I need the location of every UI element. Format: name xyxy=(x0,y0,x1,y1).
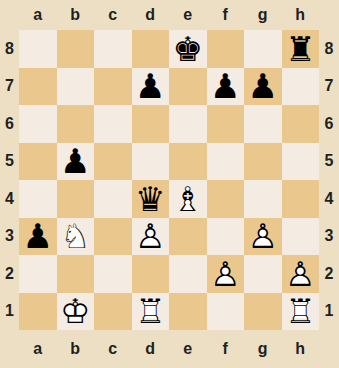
square-h3[interactable] xyxy=(282,218,320,256)
square-g6[interactable] xyxy=(244,105,282,143)
square-a6[interactable] xyxy=(19,105,57,143)
rank-label-4: 4 xyxy=(0,180,19,218)
square-e5[interactable] xyxy=(169,143,207,181)
white-king: ♚♔ xyxy=(57,293,95,331)
black-queen: ♛ xyxy=(132,180,170,218)
file-label-d: d xyxy=(132,330,170,368)
square-b5[interactable]: ♟ xyxy=(57,143,95,181)
square-b7[interactable] xyxy=(57,68,95,106)
white-pawn: ♟♙ xyxy=(207,255,245,293)
white-pawn: ♟♙ xyxy=(282,255,320,293)
square-g3[interactable]: ♟♙ xyxy=(244,218,282,256)
square-h5[interactable] xyxy=(282,143,320,181)
square-b2[interactable] xyxy=(57,255,95,293)
black-pawn: ♟ xyxy=(57,143,95,181)
square-e4[interactable]: ♝♗ xyxy=(169,180,207,218)
rank-label-1: 1 xyxy=(319,293,339,331)
rank-label-8: 8 xyxy=(319,30,339,68)
square-b8[interactable] xyxy=(57,30,95,68)
file-label-b: b xyxy=(57,0,95,30)
square-f8[interactable] xyxy=(207,30,245,68)
rank-label-2: 2 xyxy=(319,255,339,293)
square-h7[interactable] xyxy=(282,68,320,106)
file-label-h: h xyxy=(282,330,320,368)
square-c6[interactable] xyxy=(94,105,132,143)
square-c8[interactable] xyxy=(94,30,132,68)
rank-label-2: 2 xyxy=(0,255,19,293)
file-label-e: e xyxy=(169,0,207,30)
square-d2[interactable] xyxy=(132,255,170,293)
square-d5[interactable] xyxy=(132,143,170,181)
black-rook: ♜ xyxy=(282,30,320,68)
rank-label-8: 8 xyxy=(0,30,19,68)
square-e7[interactable] xyxy=(169,68,207,106)
rank-label-6: 6 xyxy=(0,105,19,143)
square-c1[interactable] xyxy=(94,293,132,331)
square-f3[interactable] xyxy=(207,218,245,256)
file-label-h: h xyxy=(282,0,320,30)
square-g4[interactable] xyxy=(244,180,282,218)
file-label-a: a xyxy=(19,330,57,368)
rank-label-3: 3 xyxy=(319,218,339,256)
square-f1[interactable] xyxy=(207,293,245,331)
square-e8[interactable]: ♚ xyxy=(169,30,207,68)
square-g2[interactable] xyxy=(244,255,282,293)
rank-labels-left: 87654321 xyxy=(0,30,19,330)
square-e2[interactable] xyxy=(169,255,207,293)
square-a8[interactable] xyxy=(19,30,57,68)
rank-labels-right: 87654321 xyxy=(319,30,339,330)
square-e3[interactable] xyxy=(169,218,207,256)
rank-label-6: 6 xyxy=(319,105,339,143)
file-labels-bottom: abcdefgh xyxy=(19,330,319,368)
rank-label-5: 5 xyxy=(0,143,19,181)
square-h8[interactable]: ♜ xyxy=(282,30,320,68)
square-a3[interactable]: ♟ xyxy=(19,218,57,256)
white-pawn: ♟♙ xyxy=(244,218,282,256)
square-h6[interactable] xyxy=(282,105,320,143)
black-king: ♚ xyxy=(169,30,207,68)
rank-label-7: 7 xyxy=(0,68,19,106)
black-pawn: ♟ xyxy=(19,218,57,256)
rank-label-3: 3 xyxy=(0,218,19,256)
square-g7[interactable]: ♟ xyxy=(244,68,282,106)
square-c3[interactable] xyxy=(94,218,132,256)
file-label-g: g xyxy=(244,0,282,30)
square-c4[interactable] xyxy=(94,180,132,218)
square-d1[interactable]: ♜♖ xyxy=(132,293,170,331)
file-label-c: c xyxy=(94,330,132,368)
file-label-g: g xyxy=(244,330,282,368)
file-labels-top: abcdefgh xyxy=(19,0,319,30)
black-pawn: ♟ xyxy=(244,68,282,106)
square-d8[interactable] xyxy=(132,30,170,68)
square-f2[interactable]: ♟♙ xyxy=(207,255,245,293)
file-label-d: d xyxy=(132,0,170,30)
white-bishop: ♝♗ xyxy=(169,180,207,218)
chess-board: ♚♜♟♟♟♟♛♝♗♟♞♘♟♙♟♙♟♙♟♙♚♔♜♖♜♖ xyxy=(19,30,319,330)
file-label-f: f xyxy=(207,330,245,368)
rank-label-5: 5 xyxy=(319,143,339,181)
square-g5[interactable] xyxy=(244,143,282,181)
square-a7[interactable] xyxy=(19,68,57,106)
white-rook: ♜♖ xyxy=(132,293,170,331)
black-pawn: ♟ xyxy=(132,68,170,106)
square-a5[interactable] xyxy=(19,143,57,181)
square-c7[interactable] xyxy=(94,68,132,106)
file-label-e: e xyxy=(169,330,207,368)
square-d6[interactable] xyxy=(132,105,170,143)
file-label-a: a xyxy=(19,0,57,30)
square-e1[interactable] xyxy=(169,293,207,331)
rank-label-4: 4 xyxy=(319,180,339,218)
black-pawn: ♟ xyxy=(207,68,245,106)
rank-label-1: 1 xyxy=(0,293,19,331)
square-f7[interactable]: ♟ xyxy=(207,68,245,106)
square-g8[interactable] xyxy=(244,30,282,68)
file-label-f: f xyxy=(207,0,245,30)
chess-diagram: abcdefgh 87654321 ♚♜♟♟♟♟♛♝♗♟♞♘♟♙♟♙♟♙♟♙♚♔… xyxy=(0,0,339,368)
square-d4[interactable]: ♛ xyxy=(132,180,170,218)
white-rook: ♜♖ xyxy=(282,293,320,331)
square-b4[interactable] xyxy=(57,180,95,218)
square-h2[interactable]: ♟♙ xyxy=(282,255,320,293)
square-f6[interactable] xyxy=(207,105,245,143)
file-label-b: b xyxy=(57,330,95,368)
white-pawn: ♟♙ xyxy=(132,218,170,256)
square-e6[interactable] xyxy=(169,105,207,143)
square-h4[interactable] xyxy=(282,180,320,218)
rank-label-7: 7 xyxy=(319,68,339,106)
file-label-c: c xyxy=(94,0,132,30)
square-f5[interactable] xyxy=(207,143,245,181)
square-b3[interactable]: ♞♘ xyxy=(57,218,95,256)
square-g1[interactable] xyxy=(244,293,282,331)
square-b1[interactable]: ♚♔ xyxy=(57,293,95,331)
square-c5[interactable] xyxy=(94,143,132,181)
square-d7[interactable]: ♟ xyxy=(132,68,170,106)
square-d3[interactable]: ♟♙ xyxy=(132,218,170,256)
square-a1[interactable] xyxy=(19,293,57,331)
square-a2[interactable] xyxy=(19,255,57,293)
square-a4[interactable] xyxy=(19,180,57,218)
square-c2[interactable] xyxy=(94,255,132,293)
white-knight: ♞♘ xyxy=(57,218,95,256)
square-h1[interactable]: ♜♖ xyxy=(282,293,320,331)
square-b6[interactable] xyxy=(57,105,95,143)
square-f4[interactable] xyxy=(207,180,245,218)
